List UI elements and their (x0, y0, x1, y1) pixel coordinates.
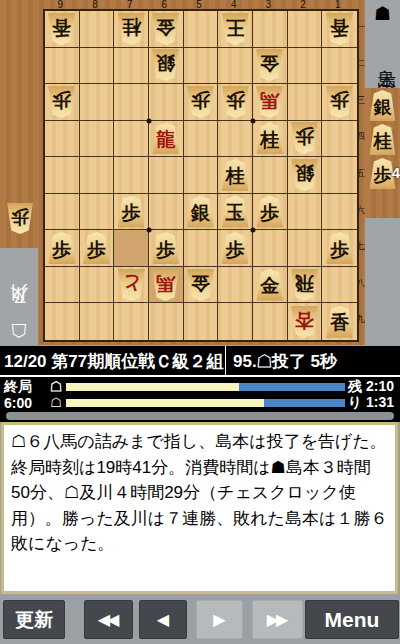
gote-time-remaining: り 1:31 (345, 394, 400, 412)
update-button[interactable]: 更新 (3, 600, 65, 639)
square-41[interactable]: 王 (218, 11, 253, 48)
shogi-piece-sente: 香 (325, 306, 354, 338)
next-move-button[interactable]: ▶ (196, 600, 243, 639)
shogi-piece-sente: 玉 (221, 196, 250, 228)
square-11[interactable]: 香 (322, 11, 357, 48)
file-label-2: 2 (286, 0, 321, 9)
square-64[interactable]: 龍 (149, 121, 184, 158)
shogi-piece-sente: 歩 (325, 232, 354, 264)
square-66[interactable] (149, 194, 184, 231)
star-point (251, 119, 256, 124)
gote-clock-label: 6:00 (0, 395, 46, 411)
square-25[interactable]: 銀 (288, 157, 323, 194)
square-37[interactable] (253, 230, 288, 267)
square-76[interactable]: 歩 (114, 194, 149, 231)
square-88[interactable] (80, 267, 115, 304)
black-shogi-piece-icon: ☗ (365, 2, 400, 25)
sente-time-elapsed (66, 383, 239, 391)
square-59[interactable] (184, 303, 219, 340)
square-44[interactable] (218, 121, 253, 158)
star-point (251, 228, 256, 233)
gote-time-elapsed (66, 399, 264, 407)
shogi-piece-sente: 歩 (151, 232, 180, 264)
shogi-piece-gote: 飛 (290, 269, 319, 301)
hand-piece-count: 4 (392, 164, 400, 181)
square-16[interactable] (322, 194, 357, 231)
shogi-piece-gote: 金 (186, 269, 215, 301)
square-43[interactable]: 歩 (218, 84, 253, 121)
shogi-piece-gote: 銀 (290, 159, 319, 191)
sente-time-bar (66, 383, 345, 391)
file-label-3: 3 (251, 0, 286, 9)
square-21[interactable] (288, 11, 323, 48)
square-33[interactable]: 馬 (253, 84, 288, 121)
file-label-4: 4 (216, 0, 251, 9)
square-91[interactable]: 香 (45, 11, 80, 48)
square-81[interactable] (80, 11, 115, 48)
square-78[interactable]: と (114, 267, 149, 304)
square-56[interactable]: 銀 (184, 194, 219, 231)
shogi-piece-sente: 桂 (255, 122, 284, 154)
sente-hand-tray: 銀桂歩4 (365, 88, 400, 218)
square-79[interactable] (114, 303, 149, 340)
shogi-piece-gote: 王 (221, 13, 250, 45)
square-55[interactable] (184, 157, 219, 194)
black-shogi-piece-icon: ☗ (257, 352, 272, 371)
commentary-panel[interactable]: ☖６八馬の詰みまで指し、島本は投了を告げた。終局時刻は19時41分。消費時間は☗… (1, 422, 398, 594)
board-grid: 香桂金王香銀金歩歩歩馬歩龍桂歩桂銀歩銀玉歩歩歩歩歩歩と馬金金飛杏香 (43, 9, 359, 342)
sente-sidebar: ☗ 島本 銀桂歩4 (365, 0, 400, 345)
shogi-piece-gote: 馬 (151, 269, 180, 301)
shogi-piece-gote: 歩 (221, 86, 250, 118)
square-84[interactable] (80, 121, 115, 158)
square-58[interactable]: 金 (184, 267, 219, 304)
shogi-piece-gote: 歩 (290, 122, 319, 154)
board-area: 987654321 一二三四五六七八九 香桂金王香銀金歩歩歩馬歩龍桂歩桂銀歩銀玉… (0, 0, 400, 345)
white-shogi-piece-icon: ☖ (10, 320, 27, 340)
shogi-piece-gote: と (117, 269, 146, 301)
shogi-piece-sente: 銀 (186, 196, 215, 228)
square-92[interactable] (45, 48, 80, 85)
shogi-piece-sente: 歩 (82, 232, 111, 264)
square-27[interactable] (288, 230, 323, 267)
event-title: 12/20 第77期順位戦Ｃ級２組 (4, 350, 223, 373)
square-77[interactable] (114, 230, 149, 267)
previous-move-button[interactable]: ◀ (139, 600, 187, 639)
star-point (147, 119, 152, 124)
file-label-9: 9 (43, 0, 78, 9)
file-label-8: 8 (78, 0, 113, 9)
square-52[interactable] (184, 48, 219, 85)
gote-player-tag: ☖ 及川 (3, 258, 35, 340)
square-36[interactable]: 歩 (253, 194, 288, 231)
gote-time-bar (66, 399, 345, 407)
square-47[interactable]: 歩 (218, 230, 253, 267)
black-shogi-piece-icon: ☗ (46, 379, 66, 394)
toolbar: 更新 ◀◀ ◀ ▶ ▶▶ Menu (0, 596, 400, 644)
shogi-piece-gote: 銀 (151, 49, 180, 81)
square-17[interactable]: 歩 (322, 230, 357, 267)
shogi-piece-gote: 香 (325, 13, 354, 45)
sente-clock-row: 終局 ☗ 残 2:10 (0, 379, 400, 394)
square-83[interactable] (80, 84, 115, 121)
shogi-piece-gote: 歩 (186, 86, 215, 118)
shogi-piece-sente: 金 (255, 269, 284, 301)
square-12[interactable] (322, 48, 357, 85)
square-23[interactable] (288, 84, 323, 121)
shogi-piece-sente: 歩 (117, 196, 146, 228)
shogi-piece-sente: 龍 (151, 122, 180, 154)
file-label-1: 1 (320, 0, 355, 9)
square-46[interactable]: 玉 (218, 194, 253, 231)
file-coordinate-labels: 987654321 (43, 0, 355, 9)
file-label-5: 5 (182, 0, 217, 9)
square-94[interactable] (45, 121, 80, 158)
square-22[interactable] (288, 48, 323, 85)
square-42[interactable] (218, 48, 253, 85)
file-label-6: 6 (147, 0, 182, 9)
square-24[interactable]: 歩 (288, 121, 323, 158)
square-61[interactable]: 金 (149, 11, 184, 48)
info-panel: 12/20 第77期順位戦Ｃ級２組 95.☗投了 5秒 終局 ☗ 残 2:10 … (0, 346, 400, 422)
square-14[interactable] (322, 121, 357, 158)
shogi-piece-gote: 香 (47, 13, 76, 45)
shogi-piece-gote: 歩 (325, 86, 354, 118)
square-98[interactable] (45, 267, 80, 304)
square-99[interactable] (45, 303, 80, 340)
square-18[interactable] (322, 267, 357, 304)
square-35[interactable] (253, 157, 288, 194)
square-82[interactable] (80, 48, 115, 85)
shogi-piece-gote: 金 (151, 13, 180, 45)
square-48[interactable] (218, 267, 253, 304)
square-65[interactable] (149, 157, 184, 194)
move-slider[interactable] (6, 412, 394, 420)
square-53[interactable]: 歩 (184, 84, 219, 121)
square-95[interactable] (45, 157, 80, 194)
status-bar: 12/20 第77期順位戦Ｃ級２組 95.☗投了 5秒 (0, 346, 400, 377)
square-49[interactable] (218, 303, 253, 340)
square-68[interactable]: 馬 (149, 267, 184, 304)
square-54[interactable] (184, 121, 219, 158)
fast-rewind-button[interactable]: ◀◀ (84, 600, 133, 639)
square-34[interactable]: 桂 (253, 121, 288, 158)
shogi-piece-sente: 歩 (255, 196, 284, 228)
square-93[interactable]: 歩 (45, 84, 80, 121)
hand-piece-sente[interactable]: 銀 (369, 90, 397, 121)
square-38[interactable]: 金 (253, 267, 288, 304)
square-85[interactable] (80, 157, 115, 194)
square-28[interactable]: 飛 (288, 267, 323, 304)
shogi-piece-gote: 桂 (117, 13, 146, 45)
hand-piece-sente[interactable]: 桂 (369, 124, 397, 155)
shogi-piece-sente: 歩 (47, 232, 76, 264)
status-divider (225, 346, 226, 375)
square-51[interactable] (184, 11, 219, 48)
shogi-piece-sente: 歩 (221, 232, 250, 264)
square-67[interactable]: 歩 (149, 230, 184, 267)
square-19[interactable]: 香 (322, 303, 357, 340)
square-62[interactable]: 銀 (149, 48, 184, 85)
square-13[interactable]: 歩 (322, 84, 357, 121)
gote-clock-row: 6:00 ☖ り 1:31 (0, 395, 400, 410)
file-label-7: 7 (112, 0, 147, 9)
shogi-piece-sente: 桂 (221, 159, 250, 191)
square-29[interactable]: 杏 (288, 303, 323, 340)
square-63[interactable] (149, 84, 184, 121)
shogi-piece-gote: 馬 (255, 86, 284, 118)
current-move: 95.☗投了 5秒 (233, 350, 337, 373)
sente-clock-label: 終局 (0, 378, 46, 396)
shogi-piece-gote: 金 (255, 49, 284, 81)
sente-player-name: 島本 (365, 26, 400, 88)
square-71[interactable]: 桂 (114, 11, 149, 48)
square-32[interactable]: 金 (253, 48, 288, 85)
square-75[interactable] (114, 157, 149, 194)
square-69[interactable] (149, 303, 184, 340)
fast-forward-button[interactable]: ▶▶ (252, 600, 303, 639)
square-72[interactable] (114, 48, 149, 85)
square-86[interactable] (80, 194, 115, 231)
square-73[interactable] (114, 84, 149, 121)
gote-player-name: 及川 (7, 314, 31, 318)
square-97[interactable]: 歩 (45, 230, 80, 267)
square-96[interactable] (45, 194, 80, 231)
square-26[interactable] (288, 194, 323, 231)
square-89[interactable] (80, 303, 115, 340)
square-74[interactable] (114, 121, 149, 158)
commentary-text: ☖６八馬の詰みまで指し、島本は投了を告げた。終局時刻は19時41分。消費時間は☗… (11, 432, 387, 553)
shogi-piece-gote: 杏 (290, 306, 319, 338)
square-57[interactable] (184, 230, 219, 267)
square-87[interactable]: 歩 (80, 230, 115, 267)
white-shogi-piece-icon: ☖ (46, 395, 66, 410)
square-15[interactable] (322, 157, 357, 194)
square-45[interactable]: 桂 (218, 157, 253, 194)
square-31[interactable] (253, 11, 288, 48)
menu-button[interactable]: Menu (305, 600, 399, 639)
square-39[interactable] (253, 303, 288, 340)
shogi-piece-gote: 歩 (47, 86, 76, 118)
star-point (147, 228, 152, 233)
